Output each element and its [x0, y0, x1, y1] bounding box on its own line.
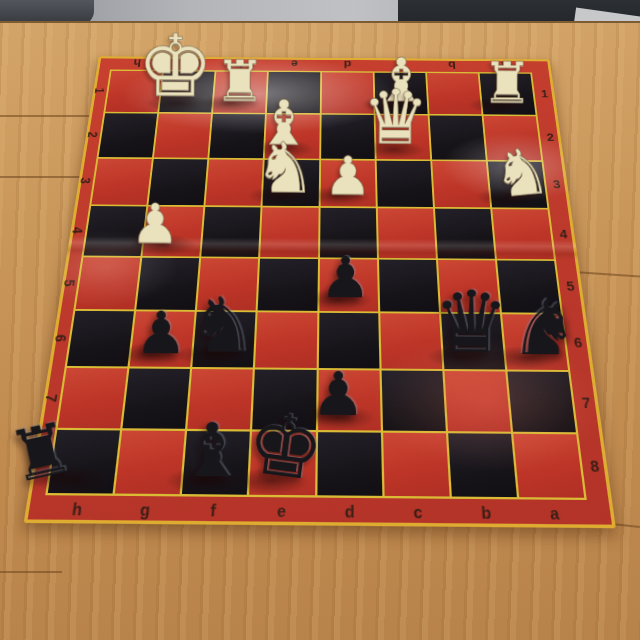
square-e4[interactable] [261, 207, 319, 256]
file-label-d: d [321, 58, 374, 71]
piece-white-rook[interactable]: ♜ [481, 55, 532, 112]
file-labels-bottom: hgfedcba [41, 495, 590, 528]
piece-white-knight[interactable]: ♞ [490, 137, 553, 206]
square-e6[interactable] [255, 312, 316, 368]
piece-black-knight[interactable]: ♞ [510, 289, 579, 366]
file-label-d: d [315, 498, 384, 527]
square-b8[interactable] [448, 433, 517, 497]
square-h8[interactable]: ♜ [48, 430, 120, 494]
square-g2[interactable] [154, 114, 211, 158]
board-scene: hgfedcba hgfedcba 12345678 12345678 ♚♜♝♜… [0, 0, 640, 640]
square-d8[interactable] [317, 432, 382, 496]
square-c2[interactable]: ♛ [375, 115, 430, 159]
file-label-c: c [383, 498, 452, 527]
piece-black-bishop[interactable]: ♝ [178, 414, 246, 490]
piece-black-pawn[interactable]: ♟ [134, 304, 187, 363]
square-h6[interactable] [67, 311, 134, 367]
square-b3[interactable] [432, 161, 490, 208]
square-h5[interactable] [76, 257, 141, 309]
piece-black-king[interactable]: ♚ [242, 400, 329, 495]
square-c8[interactable] [383, 432, 450, 496]
file-label-f: f [178, 496, 248, 525]
file-label-e: e [268, 57, 321, 70]
piece-black-pawn[interactable]: ♟ [320, 250, 371, 307]
square-c5[interactable] [379, 259, 439, 312]
file-label-e: e [247, 497, 316, 526]
square-c4[interactable] [377, 208, 435, 257]
square-h7[interactable] [58, 368, 128, 428]
square-d3[interactable]: ♟ [320, 160, 375, 207]
square-a3[interactable]: ♞ [488, 161, 548, 208]
piece-white-king[interactable]: ♚ [137, 23, 214, 109]
file-label-h: h [41, 495, 113, 523]
square-f6[interactable]: ♞ [193, 312, 256, 368]
square-b2[interactable] [429, 116, 485, 160]
square-b7[interactable] [444, 371, 510, 431]
piece-white-pawn[interactable]: ♟ [324, 149, 372, 202]
square-a8[interactable] [513, 433, 584, 497]
piece-white-knight[interactable]: ♞ [254, 132, 317, 202]
board-grid: ♚♜♝♜♝♛♞♟♞♟♟♟♞♛♞♟♜♝♚ [45, 70, 587, 500]
square-a4[interactable] [492, 209, 554, 259]
file-label-b: b [451, 499, 521, 528]
file-label-b: b [426, 59, 480, 72]
square-h2[interactable] [99, 113, 158, 157]
square-b1[interactable] [427, 73, 482, 115]
square-f4[interactable] [202, 207, 261, 256]
square-g6[interactable]: ♟ [130, 311, 195, 367]
square-a6[interactable]: ♞ [502, 314, 568, 370]
square-e8[interactable]: ♚ [250, 431, 316, 495]
square-a7[interactable] [507, 372, 576, 432]
square-g1[interactable]: ♚ [159, 71, 215, 112]
square-d5[interactable]: ♟ [319, 259, 378, 312]
piece-white-pawn[interactable]: ♟ [130, 197, 179, 252]
file-label-a: a [519, 499, 590, 528]
square-e3[interactable]: ♞ [263, 160, 319, 207]
square-a1[interactable]: ♜ [479, 73, 535, 115]
chess-board-mat: hgfedcba hgfedcba 12345678 12345678 ♚♜♝♜… [24, 56, 616, 528]
file-label-g: g [109, 496, 180, 525]
square-g8[interactable] [115, 430, 185, 494]
piece-black-queen[interactable]: ♛ [433, 280, 510, 366]
square-e5[interactable] [258, 258, 317, 311]
square-g4[interactable]: ♟ [143, 207, 204, 256]
square-c7[interactable] [381, 371, 445, 431]
square-f8[interactable]: ♝ [182, 431, 250, 495]
square-b4[interactable] [435, 209, 495, 258]
square-c3[interactable] [376, 160, 432, 207]
piece-black-knight[interactable]: ♞ [188, 286, 257, 363]
square-b6[interactable]: ♛ [441, 314, 505, 370]
